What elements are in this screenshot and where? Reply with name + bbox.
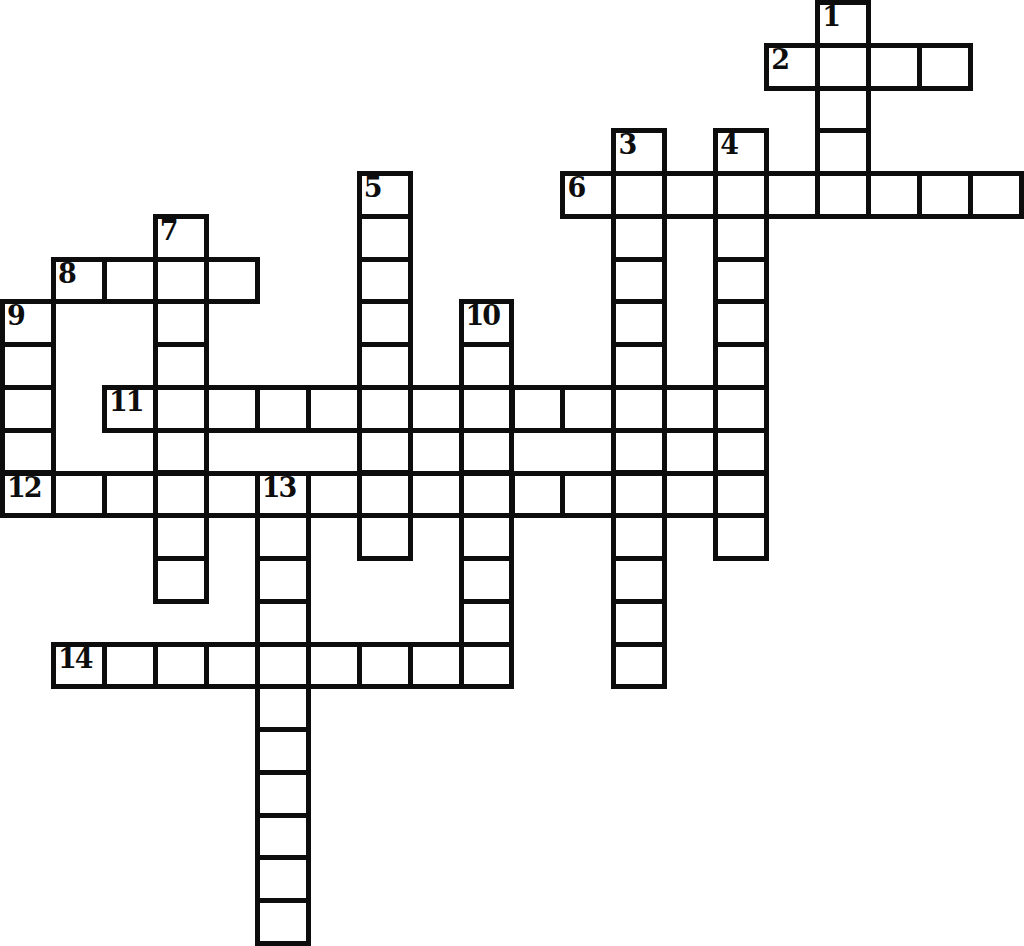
cell-r10-c12[interactable] [611, 428, 667, 476]
cell-r6-c2[interactable] [102, 257, 158, 305]
cell-r10-c14[interactable] [713, 428, 769, 476]
cell-r10-c0[interactable] [0, 428, 56, 476]
cell-r11-c8[interactable] [408, 471, 464, 519]
cell-r12-c3[interactable] [153, 513, 209, 561]
cell-r9-c7[interactable] [357, 385, 413, 433]
cell-r7-c7[interactable] [357, 299, 413, 347]
cell-r15-c2[interactable] [102, 642, 158, 690]
cell-r11-c4[interactable] [204, 471, 260, 519]
cell-r11-c9[interactable] [459, 471, 515, 519]
cell-r12-c7[interactable] [357, 513, 413, 561]
cell-r10-c9[interactable] [459, 428, 515, 476]
clue-number-3: 3 [618, 131, 635, 159]
cell-r9-c14[interactable] [713, 385, 769, 433]
cell-r14-c9[interactable] [459, 599, 515, 647]
cell-r7-c9[interactable]: 10 [459, 299, 515, 347]
cell-r6-c1[interactable]: 8 [51, 257, 107, 305]
cell-r9-c6[interactable] [306, 385, 362, 433]
cell-r4-c12[interactable] [611, 171, 667, 219]
cell-r21-c5[interactable] [255, 898, 311, 946]
cell-r7-c12[interactable] [611, 299, 667, 347]
clue-number-6: 6 [567, 174, 584, 202]
cell-r1-c15[interactable]: 2 [764, 43, 820, 91]
cell-r10-c7[interactable] [357, 428, 413, 476]
clue-number-2: 2 [771, 46, 788, 74]
cell-r14-c5[interactable] [255, 599, 311, 647]
cell-r20-c5[interactable] [255, 855, 311, 903]
cell-r9-c10[interactable] [510, 385, 566, 433]
clue-number-11: 11 [109, 388, 143, 416]
cell-r15-c8[interactable] [408, 642, 464, 690]
cell-r11-c0[interactable]: 12 [0, 471, 56, 519]
cell-r9-c9[interactable] [459, 385, 515, 433]
cell-r6-c12[interactable] [611, 257, 667, 305]
cell-r8-c9[interactable] [459, 342, 515, 390]
cell-r13-c9[interactable] [459, 556, 515, 604]
cell-r4-c13[interactable] [662, 171, 718, 219]
cell-r12-c5[interactable] [255, 513, 311, 561]
cell-r4-c16[interactable] [815, 171, 871, 219]
cell-r9-c8[interactable] [408, 385, 464, 433]
cell-r12-c14[interactable] [713, 513, 769, 561]
cell-r10-c3[interactable] [153, 428, 209, 476]
cell-r17-c5[interactable] [255, 727, 311, 775]
cell-r15-c6[interactable] [306, 642, 362, 690]
cell-r9-c3[interactable] [153, 385, 209, 433]
cell-r15-c5[interactable] [255, 642, 311, 690]
clue-number-14: 14 [58, 645, 92, 673]
cell-r2-c16[interactable] [815, 86, 871, 134]
cell-r9-c0[interactable] [0, 385, 56, 433]
cell-r11-c11[interactable] [560, 471, 616, 519]
cell-r4-c19[interactable] [968, 171, 1024, 219]
cell-r11-c3[interactable] [153, 471, 209, 519]
cell-r16-c5[interactable] [255, 684, 311, 732]
clue-number-13: 13 [262, 474, 296, 502]
cell-r9-c5[interactable] [255, 385, 311, 433]
clue-number-1: 1 [822, 3, 839, 31]
cell-r4-c7[interactable]: 5 [357, 171, 413, 219]
cell-r11-c5[interactable]: 13 [255, 471, 311, 519]
cell-r4-c11[interactable]: 6 [560, 171, 616, 219]
cell-r1-c17[interactable] [866, 43, 922, 91]
cell-r13-c3[interactable] [153, 556, 209, 604]
cell-r4-c17[interactable] [866, 171, 922, 219]
cell-r11-c2[interactable] [102, 471, 158, 519]
cell-r13-c12[interactable] [611, 556, 667, 604]
cell-r1-c16[interactable] [815, 43, 871, 91]
clue-number-12: 12 [7, 474, 41, 502]
cell-r7-c0[interactable]: 9 [0, 299, 56, 347]
cell-r11-c1[interactable] [51, 471, 107, 519]
cell-r8-c7[interactable] [357, 342, 413, 390]
cell-r11-c7[interactable] [357, 471, 413, 519]
cell-r6-c14[interactable] [713, 257, 769, 305]
cell-r8-c0[interactable] [0, 342, 56, 390]
cell-r11-c6[interactable] [306, 471, 362, 519]
cell-r8-c12[interactable] [611, 342, 667, 390]
cell-r9-c13[interactable] [662, 385, 718, 433]
cell-r12-c12[interactable] [611, 513, 667, 561]
cell-r18-c5[interactable] [255, 770, 311, 818]
cell-r13-c5[interactable] [255, 556, 311, 604]
cell-r7-c3[interactable] [153, 299, 209, 347]
cell-r5-c7[interactable] [357, 214, 413, 262]
cell-r4-c15[interactable] [764, 171, 820, 219]
cell-r5-c3[interactable]: 7 [153, 214, 209, 262]
cell-r6-c7[interactable] [357, 257, 413, 305]
cell-r15-c7[interactable] [357, 642, 413, 690]
cell-r9-c4[interactable] [204, 385, 260, 433]
cell-r9-c12[interactable] [611, 385, 667, 433]
cell-r7-c14[interactable] [713, 299, 769, 347]
cell-r15-c4[interactable] [204, 642, 260, 690]
cell-r3-c12[interactable]: 3 [611, 128, 667, 176]
cell-r6-c3[interactable] [153, 257, 209, 305]
cell-r8-c3[interactable] [153, 342, 209, 390]
cell-r19-c5[interactable] [255, 813, 311, 861]
cell-r12-c9[interactable] [459, 513, 515, 561]
crossword-board: 1234567891011121314 [0, 0, 1024, 946]
cell-r11-c13[interactable] [662, 471, 718, 519]
cell-r15-c3[interactable] [153, 642, 209, 690]
cell-r3-c14[interactable]: 4 [713, 128, 769, 176]
cell-r0-c16[interactable]: 1 [815, 0, 871, 48]
cell-r6-c4[interactable] [204, 257, 260, 305]
clue-number-10: 10 [466, 302, 500, 330]
cell-r11-c12[interactable] [611, 471, 667, 519]
cell-r4-c14[interactable] [713, 171, 769, 219]
cell-r9-c11[interactable] [560, 385, 616, 433]
cell-r15-c1[interactable]: 14 [51, 642, 107, 690]
cell-r14-c12[interactable] [611, 599, 667, 647]
clue-number-9: 9 [7, 302, 24, 330]
cell-r11-c10[interactable] [510, 471, 566, 519]
cell-r3-c16[interactable] [815, 128, 871, 176]
cell-r11-c14[interactable] [713, 471, 769, 519]
cell-r15-c12[interactable] [611, 642, 667, 690]
cell-r5-c14[interactable] [713, 214, 769, 262]
cell-r4-c18[interactable] [917, 171, 973, 219]
cell-r15-c9[interactable] [459, 642, 515, 690]
clue-number-7: 7 [160, 217, 177, 245]
cell-r8-c14[interactable] [713, 342, 769, 390]
cell-r9-c2[interactable]: 11 [102, 385, 158, 433]
clue-number-5: 5 [364, 174, 381, 202]
clue-number-8: 8 [58, 260, 75, 288]
clue-number-4: 4 [720, 131, 737, 159]
cell-r1-c18[interactable] [917, 43, 973, 91]
cell-r5-c12[interactable] [611, 214, 667, 262]
